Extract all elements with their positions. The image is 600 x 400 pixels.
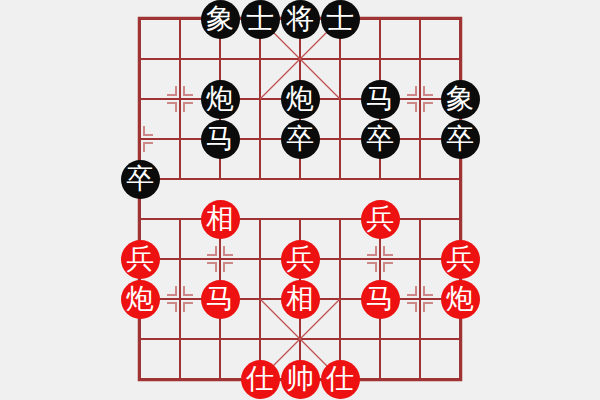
point-marker [367, 246, 376, 255]
point-marker [407, 86, 416, 95]
point-marker [424, 86, 433, 95]
red-elephant[interactable]: 相 [281, 280, 320, 319]
point-marker [167, 103, 176, 112]
red-advisor[interactable]: 仕 [321, 360, 360, 399]
black-general[interactable]: 将 [281, 0, 320, 39]
point-marker [384, 263, 393, 272]
point-marker [167, 86, 176, 95]
black-advisor[interactable]: 士 [241, 0, 280, 39]
point-marker [407, 286, 416, 295]
point-marker [384, 246, 393, 255]
red-pawn[interactable]: 兵 [441, 240, 480, 279]
point-marker [424, 103, 433, 112]
point-marker [407, 103, 416, 112]
xiangqi-screen: 象士将士炮炮马象马卒卒卒卒相兵兵兵兵炮马相马炮仕帅仕 [0, 0, 600, 400]
red-cannon[interactable]: 炮 [121, 280, 160, 319]
black-cannon[interactable]: 炮 [201, 80, 240, 119]
point-marker [207, 263, 216, 272]
point-marker [367, 263, 376, 272]
black-horse[interactable]: 马 [361, 80, 400, 119]
xiangqi-board-grid [0, 0, 600, 400]
red-pawn[interactable]: 兵 [361, 200, 400, 239]
point-marker [407, 303, 416, 312]
point-marker [184, 86, 193, 95]
point-marker [224, 246, 233, 255]
red-elephant[interactable]: 相 [201, 200, 240, 239]
red-general[interactable]: 帅 [281, 360, 320, 399]
black-pawn[interactable]: 卒 [281, 120, 320, 159]
black-pawn[interactable]: 卒 [361, 120, 400, 159]
point-marker [167, 286, 176, 295]
red-pawn[interactable]: 兵 [121, 240, 160, 279]
point-marker [424, 303, 433, 312]
point-marker [424, 286, 433, 295]
point-marker [184, 103, 193, 112]
black-cannon[interactable]: 炮 [281, 80, 320, 119]
black-pawn[interactable]: 卒 [441, 120, 480, 159]
red-pawn[interactable]: 兵 [281, 240, 320, 279]
black-elephant[interactable]: 象 [201, 0, 240, 39]
point-marker [207, 246, 216, 255]
point-marker [144, 143, 153, 152]
black-pawn[interactable]: 卒 [121, 160, 160, 199]
red-advisor[interactable]: 仕 [241, 360, 280, 399]
black-horse[interactable]: 马 [201, 120, 240, 159]
point-marker [144, 126, 153, 135]
point-marker [184, 286, 193, 295]
point-marker [184, 303, 193, 312]
red-horse[interactable]: 马 [201, 280, 240, 319]
red-horse[interactable]: 马 [361, 280, 400, 319]
point-marker [167, 303, 176, 312]
black-advisor[interactable]: 士 [321, 0, 360, 39]
point-marker [224, 263, 233, 272]
black-elephant[interactable]: 象 [441, 80, 480, 119]
red-cannon[interactable]: 炮 [441, 280, 480, 319]
